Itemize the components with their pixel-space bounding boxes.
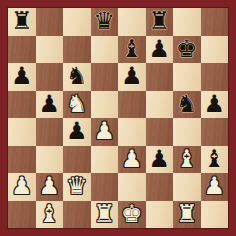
white-pawn: ♟ <box>11 173 33 201</box>
black-rook: ♜ <box>11 8 33 36</box>
square-g1[interactable]: ♜ <box>173 201 201 229</box>
white-pawn: ♟ <box>93 118 115 146</box>
square-e1[interactable]: ♚ <box>118 201 146 229</box>
square-b2[interactable]: ♟ <box>36 173 64 201</box>
square-c3[interactable] <box>63 146 91 174</box>
square-c1[interactable] <box>63 201 91 229</box>
square-f3[interactable]: ♟ <box>146 146 174 174</box>
square-g7[interactable]: ♚ <box>173 36 201 64</box>
white-king: ♚ <box>121 201 143 229</box>
square-a4[interactable] <box>8 118 36 146</box>
square-f1[interactable] <box>146 201 174 229</box>
square-f8[interactable]: ♜ <box>146 8 174 36</box>
square-h2[interactable]: ♟ <box>201 173 229 201</box>
white-bishop: ♝ <box>176 146 198 174</box>
square-e8[interactable] <box>118 8 146 36</box>
square-b1[interactable]: ♝ <box>36 201 64 229</box>
square-h4[interactable] <box>201 118 229 146</box>
black-king: ♚ <box>176 36 198 64</box>
white-knight: ♞ <box>66 91 88 119</box>
white-rook: ♜ <box>176 201 198 229</box>
square-f5[interactable] <box>146 91 174 119</box>
white-pawn: ♟ <box>38 173 60 201</box>
chess-diagram: ♜♛♜♝♟♚♟♞♟♟♞♞♟♟♟♟♟♝♝♟♟♛♟♝♜♚♜ <box>0 0 236 236</box>
square-e5[interactable] <box>118 91 146 119</box>
square-b8[interactable] <box>36 8 64 36</box>
square-d8[interactable]: ♛ <box>91 8 119 36</box>
square-f7[interactable]: ♟ <box>146 36 174 64</box>
white-queen: ♛ <box>66 173 88 201</box>
square-g2[interactable] <box>173 173 201 201</box>
black-pawn: ♟ <box>203 91 225 119</box>
white-pawn: ♟ <box>121 146 143 174</box>
square-g6[interactable] <box>173 63 201 91</box>
board-frame: ♜♛♜♝♟♚♟♞♟♟♞♞♟♟♟♟♟♝♝♟♟♛♟♝♜♚♜ <box>0 0 236 236</box>
square-d6[interactable] <box>91 63 119 91</box>
square-b7[interactable] <box>36 36 64 64</box>
square-d5[interactable] <box>91 91 119 119</box>
square-g3[interactable]: ♝ <box>173 146 201 174</box>
square-d2[interactable] <box>91 173 119 201</box>
square-f2[interactable] <box>146 173 174 201</box>
black-pawn: ♟ <box>148 36 170 64</box>
square-h7[interactable] <box>201 36 229 64</box>
black-queen: ♛ <box>93 8 115 36</box>
white-pawn: ♟ <box>203 173 225 201</box>
square-f4[interactable] <box>146 118 174 146</box>
square-b5[interactable]: ♟ <box>36 91 64 119</box>
black-bishop: ♝ <box>121 36 143 64</box>
square-d4[interactable]: ♟ <box>91 118 119 146</box>
square-h6[interactable] <box>201 63 229 91</box>
square-e4[interactable] <box>118 118 146 146</box>
square-f6[interactable] <box>146 63 174 91</box>
square-g8[interactable] <box>173 8 201 36</box>
square-d3[interactable] <box>91 146 119 174</box>
square-e6[interactable]: ♟ <box>118 63 146 91</box>
black-pawn: ♟ <box>66 118 88 146</box>
square-a8[interactable]: ♜ <box>8 8 36 36</box>
square-e2[interactable] <box>118 173 146 201</box>
square-c2[interactable]: ♛ <box>63 173 91 201</box>
square-a2[interactable]: ♟ <box>8 173 36 201</box>
black-pawn: ♟ <box>38 91 60 119</box>
square-b4[interactable] <box>36 118 64 146</box>
black-pawn: ♟ <box>148 146 170 174</box>
square-c7[interactable] <box>63 36 91 64</box>
chess-board: ♜♛♜♝♟♚♟♞♟♟♞♞♟♟♟♟♟♝♝♟♟♛♟♝♜♚♜ <box>8 8 228 228</box>
square-c8[interactable] <box>63 8 91 36</box>
square-h3[interactable]: ♝ <box>201 146 229 174</box>
square-a7[interactable] <box>8 36 36 64</box>
square-g5[interactable]: ♞ <box>173 91 201 119</box>
square-a6[interactable]: ♟ <box>8 63 36 91</box>
square-b6[interactable] <box>36 63 64 91</box>
square-a5[interactable] <box>8 91 36 119</box>
black-knight: ♞ <box>176 91 198 119</box>
black-pawn: ♟ <box>11 63 33 91</box>
square-h1[interactable] <box>201 201 229 229</box>
square-b3[interactable] <box>36 146 64 174</box>
square-c6[interactable]: ♞ <box>63 63 91 91</box>
square-c4[interactable]: ♟ <box>63 118 91 146</box>
square-g4[interactable] <box>173 118 201 146</box>
black-pawn: ♟ <box>121 63 143 91</box>
black-rook: ♜ <box>148 8 170 36</box>
square-a1[interactable] <box>8 201 36 229</box>
white-rook: ♜ <box>93 201 115 229</box>
square-d1[interactable]: ♜ <box>91 201 119 229</box>
square-e7[interactable]: ♝ <box>118 36 146 64</box>
square-c5[interactable]: ♞ <box>63 91 91 119</box>
square-h8[interactable] <box>201 8 229 36</box>
square-e3[interactable]: ♟ <box>118 146 146 174</box>
square-a3[interactable] <box>8 146 36 174</box>
black-bishop: ♝ <box>203 146 225 174</box>
black-knight: ♞ <box>66 63 88 91</box>
white-bishop: ♝ <box>38 201 60 229</box>
square-d7[interactable] <box>91 36 119 64</box>
square-h5[interactable]: ♟ <box>201 91 229 119</box>
